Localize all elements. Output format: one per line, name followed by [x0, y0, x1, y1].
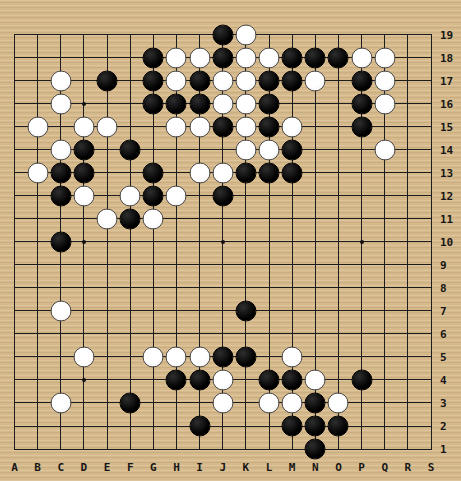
row-label-10: 10: [440, 235, 453, 248]
stone-black-M14[interactable]: [282, 139, 303, 160]
stone-black-C13[interactable]: [50, 162, 71, 183]
grid-line-horizontal: [14, 333, 432, 334]
stone-black-L15[interactable]: [259, 116, 280, 137]
stone-black-G17[interactable]: [143, 70, 164, 91]
row-label-8: 8: [440, 281, 447, 294]
col-label-P: P: [358, 461, 365, 474]
col-label-R: R: [405, 461, 412, 474]
grid-line-vertical: [338, 34, 339, 450]
col-label-C: C: [57, 461, 64, 474]
stone-white-N17[interactable]: [305, 70, 326, 91]
stone-black-G18[interactable]: [143, 47, 164, 68]
stone-white-Q17[interactable]: [374, 70, 395, 91]
stone-white-K19[interactable]: [235, 24, 256, 45]
stone-white-H15[interactable]: [166, 116, 187, 137]
stone-white-C17[interactable]: [50, 70, 71, 91]
stone-white-I5[interactable]: [189, 346, 210, 367]
col-label-E: E: [104, 461, 111, 474]
row-label-7: 7: [440, 304, 447, 317]
stone-white-P18[interactable]: [351, 47, 372, 68]
row-label-4: 4: [440, 373, 447, 386]
stone-white-O3[interactable]: [328, 392, 349, 413]
stone-white-H18[interactable]: [166, 47, 187, 68]
row-label-17: 17: [440, 74, 453, 87]
stone-black-O2[interactable]: [328, 416, 349, 437]
stone-black-J15[interactable]: [212, 116, 233, 137]
stone-white-D5[interactable]: [73, 346, 94, 367]
stone-black-L17[interactable]: [259, 70, 280, 91]
star-point: [82, 240, 86, 244]
col-label-S: S: [428, 461, 435, 474]
stone-white-J17[interactable]: [212, 70, 233, 91]
star-point: [221, 240, 225, 244]
stone-white-J4[interactable]: [212, 369, 233, 390]
col-label-L: L: [266, 461, 273, 474]
stone-white-I18[interactable]: [189, 47, 210, 68]
stone-black-J5[interactable]: [212, 346, 233, 367]
stone-white-J16[interactable]: [212, 93, 233, 114]
col-label-J: J: [219, 461, 226, 474]
stone-black-J12[interactable]: [212, 185, 233, 206]
col-label-O: O: [335, 461, 342, 474]
row-label-18: 18: [440, 51, 453, 64]
stone-black-K5[interactable]: [235, 346, 256, 367]
stone-white-L18[interactable]: [259, 47, 280, 68]
row-label-13: 13: [440, 166, 453, 179]
stone-white-I13[interactable]: [189, 162, 210, 183]
row-label-3: 3: [440, 396, 447, 409]
col-label-B: B: [34, 461, 41, 474]
stone-white-K18[interactable]: [235, 47, 256, 68]
col-label-K: K: [243, 461, 250, 474]
col-label-I: I: [196, 461, 203, 474]
col-label-A: A: [11, 461, 18, 474]
stone-white-G11[interactable]: [143, 208, 164, 229]
stone-white-F12[interactable]: [120, 185, 141, 206]
stone-black-P16[interactable]: [351, 93, 372, 114]
stone-black-N2[interactable]: [305, 416, 326, 437]
stone-white-B13[interactable]: [27, 162, 48, 183]
go-board[interactable]: ABCDEFGHIJKLMNOPQRS191817161514131211109…: [0, 0, 461, 481]
stone-white-N4[interactable]: [305, 369, 326, 390]
col-label-M: M: [289, 461, 296, 474]
stone-black-M2[interactable]: [282, 416, 303, 437]
stone-black-H4[interactable]: [166, 369, 187, 390]
stone-white-K14[interactable]: [235, 139, 256, 160]
grid-line-horizontal: [14, 287, 432, 288]
col-label-F: F: [127, 461, 134, 474]
stone-white-Q16[interactable]: [374, 93, 395, 114]
stone-black-N1[interactable]: [305, 439, 326, 460]
stone-black-D13[interactable]: [73, 162, 94, 183]
stone-black-L4[interactable]: [259, 369, 280, 390]
grid-line-horizontal: [14, 426, 432, 427]
stone-white-C7[interactable]: [50, 300, 71, 321]
stone-white-C14[interactable]: [50, 139, 71, 160]
stone-white-L3[interactable]: [259, 392, 280, 413]
row-label-14: 14: [440, 143, 453, 156]
stone-black-L13[interactable]: [259, 162, 280, 183]
grid-line-vertical: [431, 34, 432, 450]
stone-black-G16[interactable]: [143, 93, 164, 114]
stone-black-K7[interactable]: [235, 300, 256, 321]
row-label-12: 12: [440, 189, 453, 202]
row-label-19: 19: [440, 28, 453, 41]
stone-white-Q14[interactable]: [374, 139, 395, 160]
stone-black-K13[interactable]: [235, 162, 256, 183]
stone-white-M3[interactable]: [282, 392, 303, 413]
star-point: [82, 378, 86, 382]
stone-black-G13[interactable]: [143, 162, 164, 183]
stone-white-H12[interactable]: [166, 185, 187, 206]
stone-black-I4[interactable]: [189, 369, 210, 390]
stone-white-D12[interactable]: [73, 185, 94, 206]
stone-white-J3[interactable]: [212, 392, 233, 413]
stone-black-E17[interactable]: [97, 70, 118, 91]
stone-white-E15[interactable]: [97, 116, 118, 137]
col-label-N: N: [312, 461, 319, 474]
col-label-G: G: [150, 461, 157, 474]
row-label-2: 2: [440, 420, 447, 433]
stone-white-E11[interactable]: [97, 208, 118, 229]
row-label-1: 1: [440, 443, 447, 456]
stone-white-K17[interactable]: [235, 70, 256, 91]
stone-black-F11[interactable]: [120, 208, 141, 229]
stone-black-I16[interactable]: [189, 93, 210, 114]
grid-line-vertical: [407, 34, 408, 450]
stone-white-C3[interactable]: [50, 392, 71, 413]
stone-white-L14[interactable]: [259, 139, 280, 160]
stone-black-F3[interactable]: [120, 392, 141, 413]
stone-white-M15[interactable]: [282, 116, 303, 137]
row-label-11: 11: [440, 212, 453, 225]
stone-white-H5[interactable]: [166, 346, 187, 367]
stone-black-G12[interactable]: [143, 185, 164, 206]
stone-white-K16[interactable]: [235, 93, 256, 114]
row-label-16: 16: [440, 97, 453, 110]
stone-black-F14[interactable]: [120, 139, 141, 160]
stone-white-H17[interactable]: [166, 70, 187, 91]
stone-white-K15[interactable]: [235, 116, 256, 137]
stone-white-I15[interactable]: [189, 116, 210, 137]
row-label-6: 6: [440, 327, 447, 340]
stone-black-J18[interactable]: [212, 47, 233, 68]
row-label-5: 5: [440, 350, 447, 363]
grid-line-horizontal: [14, 310, 432, 311]
stone-black-N3[interactable]: [305, 392, 326, 413]
stone-black-H16[interactable]: [166, 93, 187, 114]
stone-black-M17[interactable]: [282, 70, 303, 91]
stone-black-D14[interactable]: [73, 139, 94, 160]
grid-line-horizontal: [14, 264, 432, 265]
star-point: [82, 102, 86, 106]
col-label-Q: Q: [381, 461, 388, 474]
stone-black-N18[interactable]: [305, 47, 326, 68]
stone-white-B15[interactable]: [27, 116, 48, 137]
stone-white-J13[interactable]: [212, 162, 233, 183]
stone-black-I17[interactable]: [189, 70, 210, 91]
stone-white-Q18[interactable]: [374, 47, 395, 68]
stone-black-C10[interactable]: [50, 231, 71, 252]
stone-white-G5[interactable]: [143, 346, 164, 367]
stone-black-M18[interactable]: [282, 47, 303, 68]
stone-black-M13[interactable]: [282, 162, 303, 183]
stone-white-M5[interactable]: [282, 346, 303, 367]
grid-line-horizontal: [14, 449, 432, 450]
stone-black-J19[interactable]: [212, 24, 233, 45]
col-label-D: D: [81, 461, 88, 474]
stone-white-C16[interactable]: [50, 93, 71, 114]
stone-black-P15[interactable]: [351, 116, 372, 137]
stone-black-P4[interactable]: [351, 369, 372, 390]
stone-black-O18[interactable]: [328, 47, 349, 68]
col-label-H: H: [173, 461, 180, 474]
star-point: [360, 240, 364, 244]
row-label-15: 15: [440, 120, 453, 133]
row-label-9: 9: [440, 258, 447, 271]
stone-black-P17[interactable]: [351, 70, 372, 91]
stone-white-D15[interactable]: [73, 116, 94, 137]
stone-black-C12[interactable]: [50, 185, 71, 206]
stone-black-M4[interactable]: [282, 369, 303, 390]
stone-black-I2[interactable]: [189, 416, 210, 437]
stone-black-L16[interactable]: [259, 93, 280, 114]
